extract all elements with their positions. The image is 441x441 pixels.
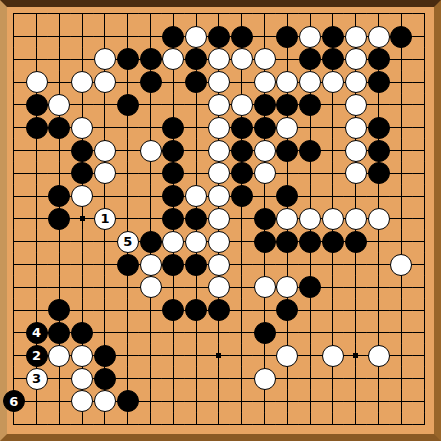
intersection-7-15[interactable] [162,344,185,367]
white-stone [71,368,93,390]
intersection-4-11[interactable] [94,253,117,276]
black-stone [276,26,298,48]
intersection-18-15[interactable] [413,344,436,367]
intersection-0-16[interactable] [2,367,25,390]
black-stone [368,48,390,70]
intersection-7-14[interactable] [162,321,185,344]
intersection-16-4[interactable] [367,94,390,117]
intersection-6-1[interactable] [139,25,162,48]
intersection-12-14[interactable] [276,321,299,344]
intersection-4-14[interactable] [94,321,117,344]
white-stone [390,254,412,276]
black-stone [71,140,93,162]
intersection-16-18[interactable] [367,413,390,436]
white-stone [208,254,230,276]
white-stone [254,276,276,298]
white-stone [299,26,321,48]
white-stone [208,208,230,230]
intersection-0-1[interactable] [2,25,25,48]
intersection-15-13[interactable] [344,299,367,322]
intersection-3-13[interactable] [71,299,94,322]
white-stone [345,208,367,230]
intersection-12-17[interactable] [276,390,299,413]
intersection-0-8[interactable] [2,185,25,208]
intersection-1-18[interactable] [25,413,48,436]
intersection-18-11[interactable] [413,253,436,276]
intersection-8-6[interactable] [185,139,208,162]
intersection-8-14[interactable] [185,321,208,344]
intersection-5-5[interactable] [116,116,139,139]
intersection-3-0[interactable] [71,2,94,25]
intersection-8-17[interactable] [185,390,208,413]
white-stone [162,231,184,253]
intersection-11-13[interactable] [253,299,276,322]
white-stone [208,94,230,116]
intersection-15-8[interactable] [344,185,367,208]
intersection-8-12[interactable] [185,276,208,299]
intersection-18-8[interactable] [413,185,436,208]
intersection-0-14[interactable] [2,321,25,344]
intersection-7-18[interactable] [162,413,185,436]
intersection-10-15[interactable] [230,344,253,367]
intersection-13-14[interactable] [299,321,322,344]
intersection-4-1[interactable] [94,25,117,48]
intersection-17-16[interactable] [390,367,413,390]
intersection-18-5[interactable] [413,116,436,139]
intersection-3-18[interactable] [71,413,94,436]
intersection-18-6[interactable] [413,139,436,162]
intersection-5-15[interactable] [116,344,139,367]
intersection-16-8[interactable] [367,185,390,208]
intersection-12-11[interactable] [276,253,299,276]
black-stone [208,299,230,321]
intersection-13-17[interactable] [299,390,322,413]
white-stone [276,345,298,367]
intersection-4-0[interactable] [94,2,117,25]
black-stone [390,26,412,48]
intersection-0-6[interactable] [2,139,25,162]
intersection-15-0[interactable] [344,2,367,25]
intersection-14-18[interactable] [321,413,344,436]
intersection-4-8[interactable] [94,185,117,208]
black-stone [94,368,116,390]
intersection-5-1[interactable] [116,25,139,48]
intersection-18-18[interactable] [413,413,436,436]
move-number-label: 1 [100,212,109,225]
intersection-1-1[interactable] [25,25,48,48]
intersection-0-18[interactable] [2,413,25,436]
white-stone [208,231,230,253]
intersection-14-6[interactable] [321,139,344,162]
intersection-13-16[interactable] [299,367,322,390]
intersection-1-12[interactable] [25,276,48,299]
intersection-16-11[interactable] [367,253,390,276]
intersection-14-17[interactable] [321,390,344,413]
intersection-2-16[interactable] [48,367,71,390]
intersection-9-0[interactable] [207,2,230,25]
intersection-2-11[interactable] [48,253,71,276]
intersection-13-18[interactable] [299,413,322,436]
intersection-0-7[interactable] [2,162,25,185]
intersection-18-16[interactable] [413,367,436,390]
intersection-17-17[interactable] [390,390,413,413]
intersection-15-11[interactable] [344,253,367,276]
intersection-2-1[interactable] [48,25,71,48]
white-stone [208,185,230,207]
move-6-stone: 6 [3,390,25,412]
black-stone [299,140,321,162]
black-stone [368,117,390,139]
intersection-13-13[interactable] [299,299,322,322]
intersection-18-1[interactable] [413,25,436,48]
intersection-1-11[interactable] [25,253,48,276]
intersection-18-10[interactable] [413,230,436,253]
white-stone [185,231,207,253]
intersection-5-14[interactable] [116,321,139,344]
go-board-grid: 154236 [2,2,435,435]
intersection-15-12[interactable] [344,276,367,299]
intersection-10-17[interactable] [230,390,253,413]
black-stone [26,94,48,116]
intersection-1-9[interactable] [25,207,48,230]
intersection-18-2[interactable] [413,48,436,71]
intersection-12-18[interactable] [276,413,299,436]
intersection-9-18[interactable] [207,413,230,436]
move-1-stone: 1 [94,208,116,230]
intersection-3-2[interactable] [71,48,94,71]
intersection-13-5[interactable] [299,116,322,139]
intersection-0-2[interactable] [2,48,25,71]
intersection-6-16[interactable] [139,367,162,390]
intersection-1-13[interactable] [25,299,48,322]
black-stone [322,26,344,48]
intersection-6-14[interactable] [139,321,162,344]
intersection-0-11[interactable] [2,253,25,276]
white-stone [254,48,276,70]
intersection-6-4[interactable] [139,94,162,117]
intersection-3-12[interactable] [71,276,94,299]
black-stone [162,117,184,139]
intersection-7-17[interactable] [162,390,185,413]
intersection-11-8[interactable] [253,185,276,208]
intersection-11-15[interactable] [253,344,276,367]
intersection-0-15[interactable] [2,344,25,367]
white-stone [276,117,298,139]
intersection-1-8[interactable] [25,185,48,208]
intersection-10-3[interactable] [230,71,253,94]
white-stone [71,345,93,367]
intersection-10-12[interactable] [230,276,253,299]
intersection-5-18[interactable] [116,413,139,436]
intersection-5-6[interactable] [116,139,139,162]
intersection-10-9[interactable] [230,207,253,230]
intersection-17-18[interactable] [390,413,413,436]
black-stone [299,231,321,253]
intersection-2-12[interactable] [48,276,71,299]
intersection-10-18[interactable] [230,413,253,436]
intersection-16-0[interactable] [367,2,390,25]
intersection-16-14[interactable] [367,321,390,344]
intersection-14-0[interactable] [321,2,344,25]
black-stone [276,231,298,253]
intersection-17-13[interactable] [390,299,413,322]
intersection-3-10[interactable] [71,230,94,253]
intersection-16-17[interactable] [367,390,390,413]
intersection-5-16[interactable] [116,367,139,390]
intersection-18-3[interactable] [413,71,436,94]
intersection-12-16[interactable] [276,367,299,390]
intersection-6-8[interactable] [139,185,162,208]
white-stone [140,140,162,162]
intersection-0-3[interactable] [2,71,25,94]
intersection-2-0[interactable] [48,2,71,25]
intersection-2-7[interactable] [48,162,71,185]
white-stone [48,345,70,367]
intersection-5-0[interactable] [116,2,139,25]
white-stone [140,276,162,298]
intersection-14-12[interactable] [321,276,344,299]
black-stone [254,231,276,253]
intersection-1-17[interactable] [25,390,48,413]
white-stone [208,117,230,139]
move-2-stone: 2 [26,345,48,367]
intersection-17-0[interactable] [390,2,413,25]
white-stone [345,140,367,162]
white-stone [231,94,253,116]
white-stone [368,208,390,230]
intersection-4-12[interactable] [94,276,117,299]
black-stone [345,231,367,253]
intersection-2-10[interactable] [48,230,71,253]
white-stone [231,48,253,70]
white-stone [345,162,367,184]
intersection-17-6[interactable] [390,139,413,162]
black-stone [162,254,184,276]
intersection-14-13[interactable] [321,299,344,322]
black-stone [117,254,139,276]
white-stone [345,71,367,93]
intersection-6-0[interactable] [139,2,162,25]
intersection-2-3[interactable] [48,71,71,94]
intersection-12-7[interactable] [276,162,299,185]
intersection-14-4[interactable] [321,94,344,117]
intersection-17-4[interactable] [390,94,413,117]
intersection-0-10[interactable] [2,230,25,253]
intersection-10-16[interactable] [230,367,253,390]
intersection-11-17[interactable] [253,390,276,413]
intersection-3-11[interactable] [71,253,94,276]
intersection-18-12[interactable] [413,276,436,299]
intersection-0-4[interactable] [2,94,25,117]
white-stone [94,140,116,162]
intersection-0-0[interactable] [2,2,25,25]
intersection-14-8[interactable] [321,185,344,208]
intersection-3-4[interactable] [71,94,94,117]
intersection-6-15[interactable] [139,344,162,367]
white-stone [322,208,344,230]
intersection-17-14[interactable] [390,321,413,344]
intersection-17-7[interactable] [390,162,413,185]
intersection-14-7[interactable] [321,162,344,185]
intersection-5-12[interactable] [116,276,139,299]
intersection-17-5[interactable] [390,116,413,139]
white-stone [368,345,390,367]
intersection-2-17[interactable] [48,390,71,413]
intersection-4-13[interactable] [94,299,117,322]
white-stone [322,71,344,93]
intersection-17-9[interactable] [390,207,413,230]
intersection-15-14[interactable] [344,321,367,344]
intersection-4-5[interactable] [94,116,117,139]
intersection-18-0[interactable] [413,2,436,25]
intersection-12-2[interactable] [276,48,299,71]
intersection-4-4[interactable] [94,94,117,117]
move-number-label: 5 [123,235,132,248]
intersection-18-13[interactable] [413,299,436,322]
black-stone [368,71,390,93]
intersection-13-8[interactable] [299,185,322,208]
black-stone [322,231,344,253]
intersection-8-16[interactable] [185,367,208,390]
intersection-10-10[interactable] [230,230,253,253]
intersection-11-0[interactable] [253,2,276,25]
intersection-16-12[interactable] [367,276,390,299]
intersection-10-11[interactable] [230,253,253,276]
black-stone [117,94,139,116]
intersection-1-0[interactable] [25,2,48,25]
intersection-10-0[interactable] [230,2,253,25]
black-stone [368,140,390,162]
intersection-0-12[interactable] [2,276,25,299]
intersection-8-7[interactable] [185,162,208,185]
intersection-11-1[interactable] [253,25,276,48]
intersection-17-12[interactable] [390,276,413,299]
intersection-1-6[interactable] [25,139,48,162]
intersection-7-0[interactable] [162,2,185,25]
intersection-18-7[interactable] [413,162,436,185]
white-stone [254,71,276,93]
intersection-10-14[interactable] [230,321,253,344]
intersection-1-2[interactable] [25,48,48,71]
intersection-14-5[interactable] [321,116,344,139]
white-stone [254,140,276,162]
intersection-6-9[interactable] [139,207,162,230]
intersection-18-4[interactable] [413,94,436,117]
intersection-17-15[interactable] [390,344,413,367]
go-board[interactable]: 154236 [0,0,441,441]
intersection-0-9[interactable] [2,207,25,230]
intersection-9-16[interactable] [207,367,230,390]
intersection-15-16[interactable] [344,367,367,390]
intersection-7-16[interactable] [162,367,185,390]
black-stone [117,48,139,70]
white-stone [254,368,276,390]
intersection-9-17[interactable] [207,390,230,413]
intersection-5-3[interactable] [116,71,139,94]
intersection-5-8[interactable] [116,185,139,208]
intersection-0-13[interactable] [2,299,25,322]
intersection-14-16[interactable] [321,367,344,390]
intersection-8-4[interactable] [185,94,208,117]
intersection-16-16[interactable] [367,367,390,390]
intersection-5-7[interactable] [116,162,139,185]
white-stone [299,208,321,230]
move-number-label: 3 [32,372,41,385]
intersection-5-9[interactable] [116,207,139,230]
move-number-label: 6 [9,395,18,408]
intersection-3-1[interactable] [71,25,94,48]
intersection-13-7[interactable] [299,162,322,185]
intersection-13-0[interactable] [299,2,322,25]
intersection-17-2[interactable] [390,48,413,71]
white-stone [140,254,162,276]
intersection-18-17[interactable] [413,390,436,413]
intersection-2-2[interactable] [48,48,71,71]
intersection-11-18[interactable] [253,413,276,436]
intersection-8-15[interactable] [185,344,208,367]
intersection-16-13[interactable] [367,299,390,322]
intersection-4-10[interactable] [94,230,117,253]
white-stone [345,94,367,116]
intersection-1-10[interactable] [25,230,48,253]
intersection-7-4[interactable] [162,94,185,117]
intersection-17-10[interactable] [390,230,413,253]
intersection-8-0[interactable] [185,2,208,25]
intersection-5-13[interactable] [116,299,139,322]
intersection-13-11[interactable] [299,253,322,276]
intersection-14-11[interactable] [321,253,344,276]
black-stone [162,140,184,162]
intersection-13-15[interactable] [299,344,322,367]
white-stone [345,26,367,48]
intersection-8-5[interactable] [185,116,208,139]
intersection-16-10[interactable] [367,230,390,253]
intersection-15-18[interactable] [344,413,367,436]
move-number-label: 4 [32,326,41,339]
intersection-12-0[interactable] [276,2,299,25]
intersection-2-18[interactable] [48,413,71,436]
intersection-17-3[interactable] [390,71,413,94]
intersection-4-18[interactable] [94,413,117,436]
black-stone [48,117,70,139]
intersection-6-18[interactable] [139,413,162,436]
move-3-stone: 3 [26,368,48,390]
white-stone [322,345,344,367]
intersection-18-14[interactable] [413,321,436,344]
intersection-6-7[interactable] [139,162,162,185]
intersection-2-6[interactable] [48,139,71,162]
intersection-6-13[interactable] [139,299,162,322]
intersection-7-12[interactable] [162,276,185,299]
intersection-11-11[interactable] [253,253,276,276]
intersection-6-5[interactable] [139,116,162,139]
intersection-6-17[interactable] [139,390,162,413]
intersection-10-13[interactable] [230,299,253,322]
intersection-0-5[interactable] [2,116,25,139]
intersection-17-8[interactable] [390,185,413,208]
intersection-7-3[interactable] [162,71,185,94]
intersection-8-18[interactable] [185,413,208,436]
intersection-1-7[interactable] [25,162,48,185]
intersection-18-9[interactable] [413,207,436,230]
black-stone [231,26,253,48]
white-stone [94,71,116,93]
intersection-14-14[interactable] [321,321,344,344]
black-stone [185,208,207,230]
intersection-9-14[interactable] [207,321,230,344]
intersection-15-17[interactable] [344,390,367,413]
black-stone [231,117,253,139]
